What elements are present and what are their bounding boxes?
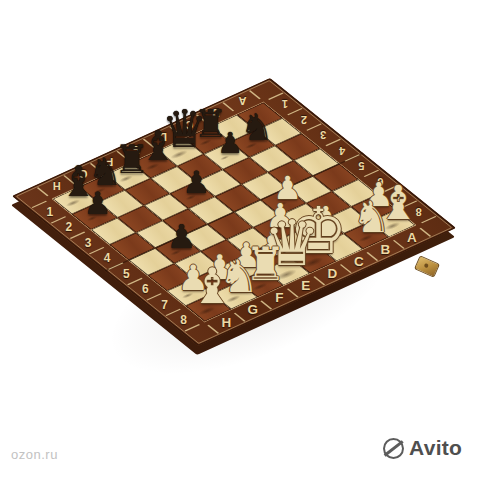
watermark-ozon: ozon.ru bbox=[11, 447, 58, 462]
product-photo-scene: HHGGFFEEDDCCBBAA1122334455667788 ♝♞♚♛♜♞♝… bbox=[0, 0, 480, 480]
dark-p-glyph: ♟ bbox=[37, 188, 157, 219]
light-b-glyph: ♝ bbox=[152, 262, 272, 311]
watermark-avito-text: Avito bbox=[409, 436, 462, 460]
watermark-avito: Avito bbox=[383, 436, 462, 460]
avito-logo-icon bbox=[383, 438, 404, 459]
